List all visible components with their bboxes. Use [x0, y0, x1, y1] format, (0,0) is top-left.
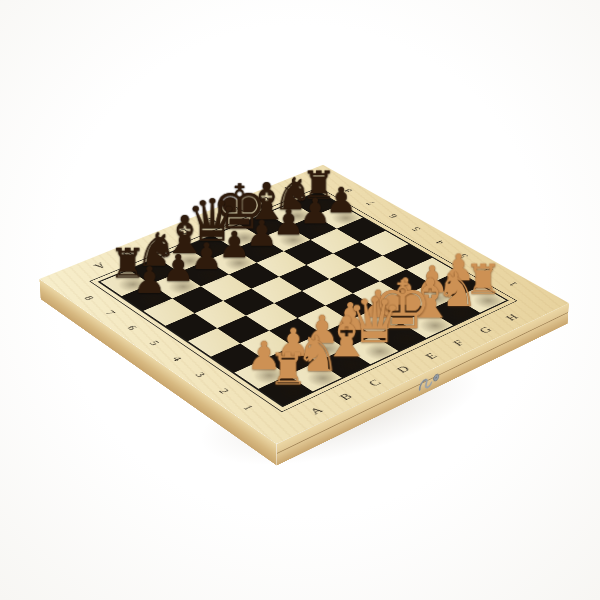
white-rook-glyph: ♜	[241, 348, 335, 392]
piece-white-rook[interactable]: ♜	[258, 375, 312, 405]
photo-scene: ABCDEFGH ABCDEFGH 87654321 87654321 ♜♞♝♛…	[0, 0, 600, 600]
black-pawn-glyph: ♟	[105, 262, 193, 299]
piece-black-pawn[interactable]: ♟	[122, 284, 173, 311]
